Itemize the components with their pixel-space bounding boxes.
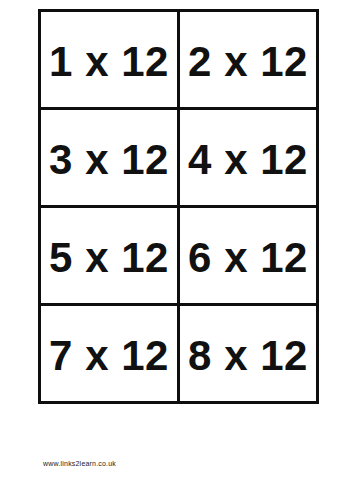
card-2x12: 2 x 12	[180, 12, 316, 107]
card-label: 7 x 12	[49, 335, 169, 377]
flashcard-sheet: 1 x 12 2 x 12 3 x 12 4 x 12 5 x 12 6 x 1…	[0, 0, 354, 500]
flashcard-grid: 1 x 12 2 x 12 3 x 12 4 x 12 5 x 12 6 x 1…	[38, 9, 319, 404]
card-3x12: 3 x 12	[41, 110, 177, 205]
card-4x12: 4 x 12	[180, 110, 316, 205]
card-7x12: 7 x 12	[41, 306, 177, 401]
card-label: 8 x 12	[188, 335, 308, 377]
card-label: 1 x 12	[49, 41, 169, 83]
card-label: 6 x 12	[188, 237, 308, 279]
footer-url: www.links2learn.co.uk	[43, 460, 116, 467]
card-label: 3 x 12	[49, 139, 169, 181]
card-8x12: 8 x 12	[180, 306, 316, 401]
card-1x12: 1 x 12	[41, 12, 177, 107]
card-label: 5 x 12	[49, 237, 169, 279]
card-label: 2 x 12	[188, 41, 308, 83]
card-label: 4 x 12	[188, 139, 308, 181]
card-6x12: 6 x 12	[180, 208, 316, 303]
card-5x12: 5 x 12	[41, 208, 177, 303]
